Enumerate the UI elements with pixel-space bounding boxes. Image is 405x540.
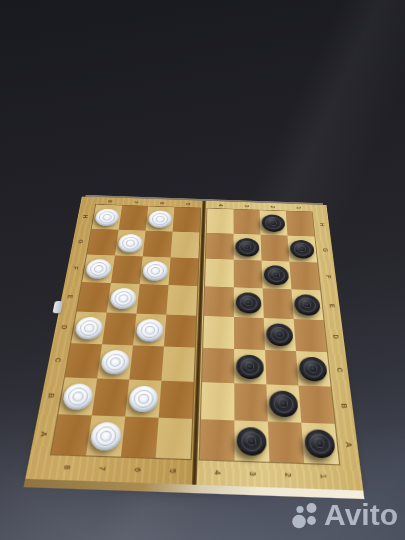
square-b3 bbox=[234, 383, 268, 421]
label-top-5: 5 bbox=[182, 200, 193, 208]
square-b5 bbox=[159, 381, 194, 419]
black-checker-h2 bbox=[261, 214, 285, 232]
square-c2 bbox=[265, 350, 298, 386]
label-top-7: 7 bbox=[130, 198, 141, 206]
label-right-G: G bbox=[319, 245, 331, 254]
square-e3 bbox=[234, 287, 264, 318]
white-checker-b8 bbox=[62, 383, 95, 410]
white-checker-h8 bbox=[94, 208, 120, 226]
label-left-E: E bbox=[63, 291, 77, 301]
square-h4 bbox=[207, 208, 234, 233]
label-right-E: E bbox=[325, 300, 338, 310]
label-bottom-8: 8 bbox=[58, 460, 74, 474]
label-bottom-6: 6 bbox=[129, 463, 144, 477]
label-bottom-2: 2 bbox=[280, 468, 295, 482]
square-h7 bbox=[119, 206, 149, 231]
square-b2 bbox=[266, 384, 301, 422]
square-f3 bbox=[234, 260, 263, 289]
black-checker-a1 bbox=[304, 429, 336, 458]
board-right-half bbox=[197, 201, 364, 491]
square-e6 bbox=[136, 284, 168, 315]
square-c8 bbox=[65, 343, 102, 378]
label-left-B: B bbox=[43, 389, 58, 401]
square-b8 bbox=[58, 377, 97, 415]
label-right-H: H bbox=[316, 220, 328, 228]
white-checker-d6 bbox=[136, 318, 164, 341]
square-d2 bbox=[264, 318, 296, 351]
square-d7 bbox=[102, 313, 136, 346]
square-d6 bbox=[133, 314, 166, 347]
label-top-2: 2 bbox=[267, 203, 278, 211]
label-top-6: 6 bbox=[156, 199, 167, 207]
black-checker-e1 bbox=[294, 294, 321, 316]
square-h5 bbox=[173, 207, 201, 232]
square-c4 bbox=[202, 348, 234, 383]
label-top-4: 4 bbox=[215, 201, 225, 209]
black-checker-e3 bbox=[236, 292, 262, 314]
square-h1 bbox=[286, 211, 315, 236]
label-bottom-4: 4 bbox=[210, 465, 224, 479]
square-g6 bbox=[143, 231, 173, 258]
label-left-F: F bbox=[69, 263, 82, 272]
square-g8 bbox=[87, 229, 119, 256]
square-h8 bbox=[92, 205, 122, 230]
square-c1 bbox=[296, 351, 331, 387]
black-checker-f2 bbox=[264, 265, 290, 285]
label-bottom-7: 7 bbox=[94, 461, 110, 475]
square-f2 bbox=[262, 261, 292, 290]
board-surface: 8765432187654321HGFEDCBAHGFEDCBA bbox=[25, 197, 363, 491]
white-checker-e7 bbox=[109, 287, 137, 309]
square-d1 bbox=[294, 319, 327, 352]
black-checker-b2 bbox=[269, 390, 299, 417]
square-g1 bbox=[287, 236, 317, 263]
square-e8 bbox=[77, 282, 111, 313]
white-checker-f8 bbox=[85, 259, 113, 279]
square-a8 bbox=[51, 414, 92, 455]
photo-stage: 8765432187654321HGFEDCBAHGFEDCBA Avito bbox=[0, 0, 405, 540]
square-c5 bbox=[161, 346, 194, 381]
label-right-F: F bbox=[322, 272, 334, 281]
avito-watermark-text: Avito bbox=[324, 498, 398, 532]
square-g7 bbox=[115, 230, 146, 257]
square-e7 bbox=[107, 283, 140, 314]
square-f4 bbox=[205, 259, 234, 288]
square-a3 bbox=[234, 420, 269, 461]
avito-watermark: Avito bbox=[292, 498, 398, 532]
square-h2 bbox=[260, 210, 288, 235]
label-left-C: C bbox=[50, 354, 65, 366]
square-h3 bbox=[233, 209, 260, 234]
square-g5 bbox=[171, 232, 200, 259]
square-g3 bbox=[234, 234, 262, 261]
square-d4 bbox=[203, 316, 234, 349]
square-h6 bbox=[146, 206, 175, 231]
square-a7 bbox=[86, 415, 125, 456]
label-right-C: C bbox=[332, 364, 346, 376]
avito-logo-icon bbox=[292, 502, 319, 529]
square-f1 bbox=[289, 262, 320, 291]
label-top-3: 3 bbox=[241, 202, 252, 210]
label-left-H: H bbox=[79, 212, 91, 220]
black-checker-c3 bbox=[236, 354, 264, 379]
square-d8 bbox=[71, 312, 107, 345]
square-c7 bbox=[97, 344, 133, 379]
square-f6 bbox=[140, 256, 171, 285]
square-e4 bbox=[204, 286, 234, 317]
square-g2 bbox=[261, 235, 290, 262]
label-right-B: B bbox=[336, 399, 351, 412]
square-c6 bbox=[129, 345, 164, 380]
black-checker-c1 bbox=[298, 356, 328, 381]
white-checker-d8 bbox=[74, 316, 104, 339]
square-f8 bbox=[82, 254, 115, 283]
board-left-half bbox=[25, 197, 202, 485]
label-bottom-3: 3 bbox=[245, 467, 259, 481]
white-checker-c7 bbox=[100, 349, 130, 374]
square-a4 bbox=[200, 419, 235, 460]
black-checker-a3 bbox=[237, 426, 267, 455]
label-bottom-1: 1 bbox=[315, 469, 330, 483]
label-top-8: 8 bbox=[104, 197, 116, 205]
square-e5 bbox=[166, 285, 197, 316]
label-right-D: D bbox=[329, 331, 342, 342]
black-checker-g3 bbox=[235, 238, 259, 257]
white-checker-h6 bbox=[148, 210, 173, 228]
white-checker-g7 bbox=[117, 233, 143, 252]
label-left-A: A bbox=[35, 427, 51, 440]
square-d3 bbox=[234, 317, 265, 350]
square-b6 bbox=[125, 380, 161, 418]
square-e2 bbox=[263, 288, 294, 319]
square-b1 bbox=[299, 386, 335, 424]
square-a5 bbox=[156, 418, 192, 459]
black-checker-d2 bbox=[266, 323, 294, 346]
square-d5 bbox=[164, 315, 196, 348]
label-left-G: G bbox=[74, 237, 87, 246]
black-checker-g1 bbox=[290, 239, 315, 258]
square-f7 bbox=[111, 255, 143, 284]
square-a1 bbox=[301, 423, 339, 465]
square-b7 bbox=[92, 378, 129, 416]
square-a6 bbox=[121, 417, 159, 458]
square-a2 bbox=[268, 422, 304, 463]
label-right-A: A bbox=[341, 437, 356, 451]
white-checker-b6 bbox=[128, 385, 159, 412]
white-checker-f6 bbox=[142, 260, 168, 280]
label-bottom-5: 5 bbox=[165, 464, 180, 478]
white-checker-a7 bbox=[89, 421, 122, 450]
label-left-D: D bbox=[57, 321, 71, 332]
square-f5 bbox=[169, 257, 199, 286]
square-g4 bbox=[206, 233, 234, 260]
label-top-1: 1 bbox=[293, 204, 304, 212]
square-b4 bbox=[201, 382, 234, 420]
square-c3 bbox=[234, 349, 266, 384]
square-e1 bbox=[291, 289, 323, 320]
checkers-board: 8765432187654321HGFEDCBAHGFEDCBA bbox=[52, 150, 347, 490]
